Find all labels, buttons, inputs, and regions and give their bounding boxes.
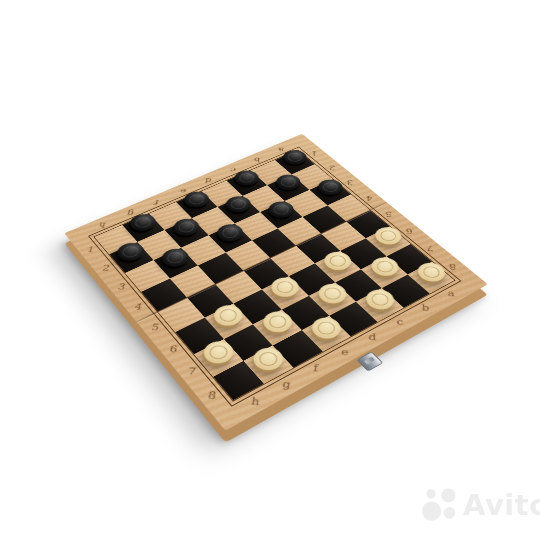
rank-label-7-bottom: 7 bbox=[187, 366, 197, 378]
file-label-e-right: e bbox=[341, 347, 349, 358]
rank-label-3-bottom: 3 bbox=[117, 282, 127, 292]
black-man-h2 bbox=[113, 240, 149, 265]
file-label-e-left: e bbox=[179, 187, 187, 195]
file-label-g-right: g bbox=[282, 378, 291, 390]
rank-label-3-top: 3 bbox=[347, 179, 354, 187]
white-man-e8 bbox=[306, 314, 346, 343]
rank-label-1-top: 1 bbox=[311, 150, 318, 157]
rank-label-8-top: 8 bbox=[449, 262, 457, 271]
rank-label-4-bottom: 4 bbox=[133, 302, 143, 312]
file-label-d-right: d bbox=[369, 331, 377, 342]
file-label-h-right: h bbox=[251, 395, 261, 408]
file-label-b-right: b bbox=[422, 303, 430, 313]
file-label-c-right: c bbox=[396, 317, 403, 328]
rank-label-2-bottom: 2 bbox=[101, 263, 111, 272]
file-label-b-left: b bbox=[254, 156, 261, 163]
file-label-d-left: d bbox=[204, 176, 212, 184]
rank-label-6-top: 6 bbox=[406, 227, 413, 236]
file-label-a-left: a bbox=[277, 146, 284, 153]
file-label-f-right: f bbox=[313, 362, 318, 373]
rank-label-5-bottom: 5 bbox=[151, 322, 161, 333]
file-label-c-left: c bbox=[230, 166, 237, 173]
white-man-g8 bbox=[248, 343, 289, 374]
playing-area bbox=[93, 150, 455, 402]
rank-label-4-top: 4 bbox=[366, 194, 373, 202]
watermark-text: Avito bbox=[463, 491, 540, 520]
board-top-face: 1234567812345678abcdefghabcdefgh bbox=[64, 134, 488, 431]
avito-logo-icon bbox=[421, 486, 459, 524]
rank-label-8-bottom: 8 bbox=[207, 389, 217, 401]
white-man-a8 bbox=[412, 259, 450, 285]
rank-label-1-bottom: 1 bbox=[86, 245, 96, 254]
rank-label-7-top: 7 bbox=[427, 244, 434, 253]
file-label-h-left: h bbox=[98, 221, 107, 230]
folding-board: 1234567812345678abcdefghabcdefgh bbox=[64, 134, 488, 431]
photo-scene: 1234567812345678abcdefghabcdefgh bbox=[0, 0, 540, 540]
file-label-f-left: f bbox=[154, 198, 160, 206]
board-grid bbox=[95, 150, 455, 400]
rank-label-5-top: 5 bbox=[385, 210, 392, 218]
rank-label-6-bottom: 6 bbox=[168, 343, 178, 354]
rank-label-2-top: 2 bbox=[328, 164, 335, 171]
white-man-d7 bbox=[313, 280, 351, 307]
file-label-a-right: a bbox=[447, 289, 455, 299]
avito-watermark: Avito bbox=[421, 486, 540, 524]
